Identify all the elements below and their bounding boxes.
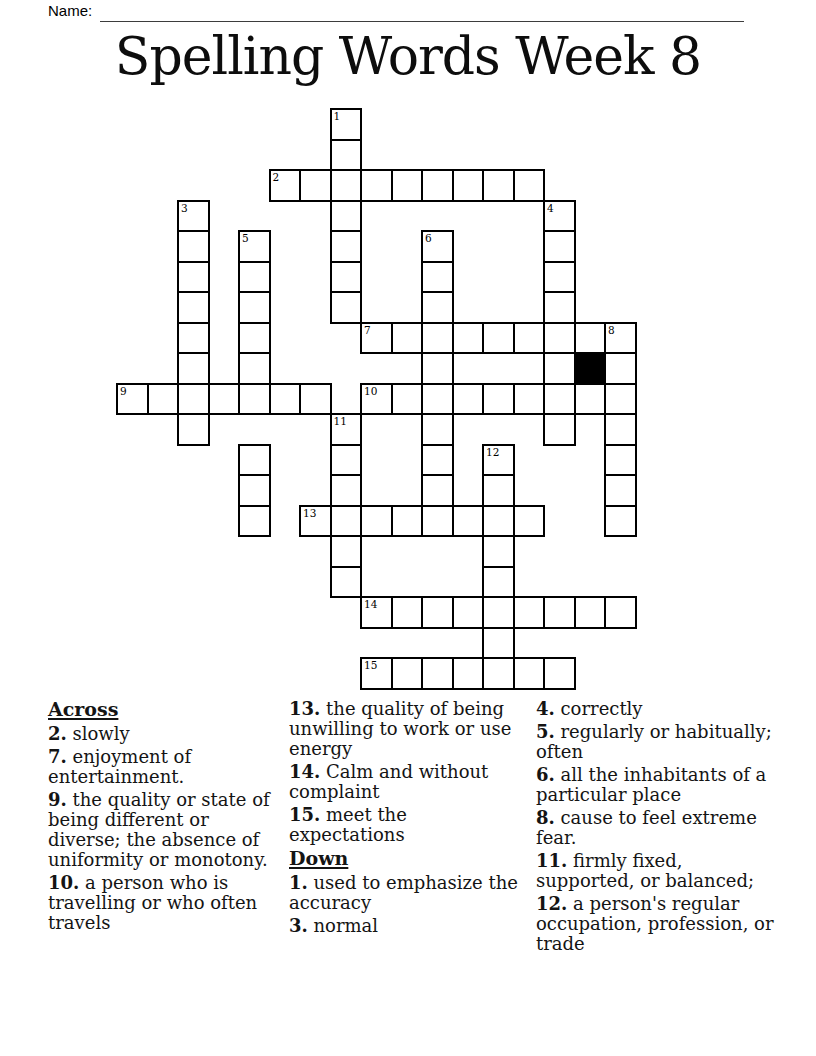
cell-r12c16[interactable] <box>604 474 637 507</box>
cell-r4c7[interactable] <box>330 230 363 263</box>
cell-number-10: 10 <box>364 385 377 397</box>
cell-r13c7[interactable] <box>330 505 363 538</box>
cell-r2c6[interactable] <box>299 169 332 202</box>
cell-r16c16[interactable] <box>604 596 637 629</box>
cell-r2c7[interactable] <box>330 169 363 202</box>
cell-r2c8[interactable] <box>360 169 393 202</box>
cell-r9c8[interactable]: 10 <box>360 383 393 416</box>
clues-column-3: 4. correctly5. regularly or habitually; … <box>536 699 776 957</box>
cell-r7c9[interactable] <box>391 322 424 355</box>
cell-r15c7[interactable] <box>330 566 363 599</box>
cell-r7c2[interactable] <box>177 322 210 355</box>
cell-r3c2[interactable]: 3 <box>177 200 210 233</box>
cell-r18c11[interactable] <box>452 657 485 690</box>
cell-r6c10[interactable] <box>421 291 454 324</box>
cell-number-11: 11 <box>334 415 347 427</box>
cell-number-3: 3 <box>181 202 188 214</box>
clue-number: 7. <box>48 746 67 767</box>
cell-r18c14[interactable] <box>543 657 576 690</box>
cell-r9c16[interactable] <box>604 383 637 416</box>
clue-across-9: 9. the quality or state of being differe… <box>48 790 270 870</box>
cell-r12c7[interactable] <box>330 474 363 507</box>
cell-number-15: 15 <box>364 659 377 671</box>
cell-r5c7[interactable] <box>330 261 363 294</box>
clue-number: 13. <box>289 698 320 719</box>
cell-r5c10[interactable] <box>421 261 454 294</box>
cell-r14c12[interactable] <box>482 535 515 568</box>
cell-r11c12[interactable]: 12 <box>482 444 515 477</box>
cell-r16c8[interactable]: 14 <box>360 596 393 629</box>
cell-r10c14[interactable] <box>543 413 576 446</box>
cell-r7c4[interactable] <box>238 322 271 355</box>
cell-r5c4[interactable] <box>238 261 271 294</box>
clues-column-2: 13. the quality of being unwilling to wo… <box>289 699 521 939</box>
clue-number: 9. <box>48 789 67 810</box>
clue-down-6: 6. all the inhabitants of a particular p… <box>536 765 776 805</box>
cell-number-13: 13 <box>303 507 316 519</box>
cell-r2c11[interactable] <box>452 169 485 202</box>
cell-r7c16[interactable]: 8 <box>604 322 637 355</box>
cell-r10c16[interactable] <box>604 413 637 446</box>
clue-down-12: 12. a person's regular occupation, profe… <box>536 894 776 954</box>
cell-r10c10[interactable] <box>421 413 454 446</box>
cell-r17c12[interactable] <box>482 627 515 660</box>
cell-r14c7[interactable] <box>330 535 363 568</box>
cell-r13c10[interactable] <box>421 505 454 538</box>
clue-across-15: 15. meet the expectations <box>289 805 521 845</box>
cell-r2c13[interactable] <box>513 169 546 202</box>
page-title: Spelling Words Week 8 <box>0 26 816 86</box>
cell-r7c10[interactable] <box>421 322 454 355</box>
cell-r18c9[interactable] <box>391 657 424 690</box>
clue-number: 5. <box>536 721 555 742</box>
cell-r2c10[interactable] <box>421 169 454 202</box>
cell-r13c11[interactable] <box>452 505 485 538</box>
clue-number: 6. <box>536 764 555 785</box>
cell-r6c14[interactable] <box>543 291 576 324</box>
cell-r2c9[interactable] <box>391 169 424 202</box>
cell-r7c8[interactable]: 7 <box>360 322 393 355</box>
cell-number-5: 5 <box>242 232 249 244</box>
worksheet-page: Name: Spelling Words Week 8 123456789101… <box>0 0 816 1056</box>
cell-r6c7[interactable] <box>330 291 363 324</box>
cell-r9c0[interactable]: 9 <box>116 383 149 416</box>
cell-r16c14[interactable] <box>543 596 576 629</box>
cell-r7c11[interactable] <box>452 322 485 355</box>
cell-r7c12[interactable] <box>482 322 515 355</box>
clue-down-8: 8. cause to feel extreme fear. <box>536 808 776 848</box>
name-label: Name: <box>48 2 92 19</box>
clue-number: 4. <box>536 698 555 719</box>
cell-r4c4[interactable]: 5 <box>238 230 271 263</box>
cell-number-12: 12 <box>486 446 499 458</box>
clue-down-4: 4. correctly <box>536 699 776 719</box>
cell-r11c7[interactable] <box>330 444 363 477</box>
clues-column-1: Across2. slowly7. enjoyment of entertain… <box>48 699 270 936</box>
cell-number-4: 4 <box>547 202 554 214</box>
cell-r16c12[interactable] <box>482 596 515 629</box>
cell-r18c10[interactable] <box>421 657 454 690</box>
cell-r8c4[interactable] <box>238 352 271 385</box>
name-input-line[interactable] <box>100 0 744 22</box>
cell-r2c12[interactable] <box>482 169 515 202</box>
cell-r4c2[interactable] <box>177 230 210 263</box>
cell-r8c14[interactable] <box>543 352 576 385</box>
cell-number-9: 9 <box>120 385 127 397</box>
cell-r9c4[interactable] <box>238 383 271 416</box>
cell-r18c12[interactable] <box>482 657 515 690</box>
crossword-grid: 123456789101112131415 <box>116 108 637 690</box>
cell-r3c7[interactable] <box>330 200 363 233</box>
cell-r7c15[interactable] <box>574 322 607 355</box>
cell-r18c13[interactable] <box>513 657 546 690</box>
cell-r13c12[interactable] <box>482 505 515 538</box>
cell-r9c2[interactable] <box>177 383 210 416</box>
cell-r4c10[interactable]: 6 <box>421 230 454 263</box>
cell-r9c11[interactable] <box>452 383 485 416</box>
cell-r6c2[interactable] <box>177 291 210 324</box>
cell-r4c14[interactable] <box>543 230 576 263</box>
cell-r9c1[interactable] <box>147 383 180 416</box>
cell-r13c13[interactable] <box>513 505 546 538</box>
clue-number: 2. <box>48 723 67 744</box>
clue-across-2: 2. slowly <box>48 724 270 744</box>
clue-across-13: 13. the quality of being unwilling to wo… <box>289 699 521 759</box>
cell-number-7: 7 <box>364 324 371 336</box>
cell-r3c14[interactable]: 4 <box>543 200 576 233</box>
cell-number-14: 14 <box>364 598 377 610</box>
cell-r6c4[interactable] <box>238 291 271 324</box>
cell-r12c4[interactable] <box>238 474 271 507</box>
clue-down-11: 11. firmly fixed, supported, or balanced… <box>536 851 776 891</box>
down-header: Down <box>289 848 521 868</box>
cell-r16c9[interactable] <box>391 596 424 629</box>
cell-r10c2[interactable] <box>177 413 210 446</box>
cell-r12c12[interactable] <box>482 474 515 507</box>
cell-r13c16[interactable] <box>604 505 637 538</box>
clue-down-1: 1. used to emphasize the accuracy <box>289 873 521 913</box>
cell-r9c14[interactable] <box>543 383 576 416</box>
cell-r8c2[interactable] <box>177 352 210 385</box>
clue-number: 1. <box>289 872 308 893</box>
cell-r16c10[interactable] <box>421 596 454 629</box>
cell-number-6: 6 <box>425 232 432 244</box>
cell-r16c15[interactable] <box>574 596 607 629</box>
clue-number: 12. <box>536 893 567 914</box>
cell-r7c13[interactable] <box>513 322 546 355</box>
clue-across-10: 10. a person who is travelling or who of… <box>48 873 270 933</box>
cell-r11c4[interactable] <box>238 444 271 477</box>
cell-r12c10[interactable] <box>421 474 454 507</box>
cell-r9c6[interactable] <box>299 383 332 416</box>
cell-r9c12[interactable] <box>482 383 515 416</box>
cell-r13c9[interactable] <box>391 505 424 538</box>
cell-r9c13[interactable] <box>513 383 546 416</box>
cell-r9c3[interactable] <box>208 383 241 416</box>
clue-number: 15. <box>289 804 320 825</box>
cell-r5c14[interactable] <box>543 261 576 294</box>
cell-r7c14[interactable] <box>543 322 576 355</box>
clue-across-7: 7. enjoyment of entertainment. <box>48 747 270 787</box>
cell-r8c10[interactable] <box>421 352 454 385</box>
across-header: Across <box>48 699 270 719</box>
cell-number-8: 8 <box>608 324 615 336</box>
cell-r8c16[interactable] <box>604 352 637 385</box>
cell-number-1: 1 <box>334 110 341 122</box>
clue-down-3: 3. normal <box>289 916 521 936</box>
cell-r18c8[interactable]: 15 <box>360 657 393 690</box>
cell-r13c8[interactable] <box>360 505 393 538</box>
clue-number: 10. <box>48 872 79 893</box>
clue-number: 14. <box>289 761 320 782</box>
cell-r13c6[interactable]: 13 <box>299 505 332 538</box>
cell-r9c9[interactable] <box>391 383 424 416</box>
cell-r1c7[interactable] <box>330 139 363 172</box>
cell-r9c15[interactable] <box>574 383 607 416</box>
cell-r15c12[interactable] <box>482 566 515 599</box>
cell-r13c4[interactable] <box>238 505 271 538</box>
cell-r10c7[interactable]: 11 <box>330 413 363 446</box>
cell-r0c7[interactable]: 1 <box>330 108 363 141</box>
cell-r2c5[interactable]: 2 <box>269 169 302 202</box>
black-cell <box>574 352 607 385</box>
clue-number: 8. <box>536 807 555 828</box>
cell-r11c16[interactable] <box>604 444 637 477</box>
cell-r5c2[interactable] <box>177 261 210 294</box>
clue-number: 11. <box>536 850 567 871</box>
cell-r11c10[interactable] <box>421 444 454 477</box>
cell-r9c10[interactable] <box>421 383 454 416</box>
cell-r16c11[interactable] <box>452 596 485 629</box>
cell-r16c13[interactable] <box>513 596 546 629</box>
cell-r9c5[interactable] <box>269 383 302 416</box>
clue-number: 3. <box>289 915 308 936</box>
clue-across-14: 14. Calm and without complaint <box>289 762 521 802</box>
clue-down-5: 5. regularly or habitually; often <box>536 722 776 762</box>
cell-number-2: 2 <box>273 171 280 183</box>
